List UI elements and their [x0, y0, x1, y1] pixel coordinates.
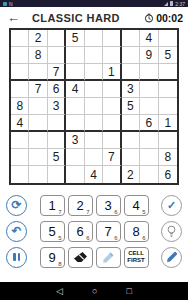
nav-back-icon[interactable]: ◁: [56, 287, 63, 296]
nav-home-icon[interactable]: ○: [92, 287, 97, 296]
restart-icon: ⟳: [11, 199, 21, 211]
digit-label: 1: [48, 198, 55, 213]
cell-r6c8[interactable]: 6: [140, 115, 158, 132]
cell-r4c5[interactable]: [85, 81, 103, 98]
cell-r9c7[interactable]: 2: [122, 166, 140, 183]
remaining-count: 6: [114, 235, 117, 241]
cell-r5c4[interactable]: [66, 98, 84, 115]
cell-r6c1[interactable]: 4: [11, 115, 29, 132]
cell-r8c8[interactable]: [140, 149, 158, 166]
edit-mode-button[interactable]: [161, 247, 182, 268]
cell-r7c6[interactable]: [103, 132, 121, 149]
number-button-6[interactable]: 6 6: [68, 221, 93, 242]
android-nav-bar: ◁ ○ □: [0, 282, 188, 300]
cell-r3c5[interactable]: [85, 64, 103, 81]
cell-r9c8[interactable]: [140, 166, 158, 183]
cell-r1c4[interactable]: 5: [66, 30, 84, 47]
cell-r8c6[interactable]: 7: [103, 149, 121, 166]
cell-r3c7[interactable]: [122, 64, 140, 81]
number-button-9[interactable]: 9 8: [40, 247, 65, 268]
number-button-5[interactable]: 5 5: [40, 221, 65, 242]
cell-r6c3[interactable]: [48, 115, 66, 132]
cell-r1c3[interactable]: [48, 30, 66, 47]
edit-pencil-icon: [166, 251, 178, 263]
restart-button[interactable]: ⟳: [6, 195, 27, 216]
cell-r7c9[interactable]: [159, 132, 177, 149]
number-button-8[interactable]: 8 6: [124, 221, 149, 242]
cell-r3c1[interactable]: [11, 64, 29, 81]
cell-r7c5[interactable]: [85, 132, 103, 149]
cell-r5c1[interactable]: 8: [11, 98, 29, 115]
number-button-4[interactable]: 4 5: [124, 195, 149, 216]
eraser-button[interactable]: [68, 247, 93, 268]
cell-r2c5[interactable]: [85, 47, 103, 64]
cell-r7c1[interactable]: [11, 132, 29, 149]
number-button-2[interactable]: 2 7: [68, 195, 93, 216]
cell-r4c4[interactable]: 4: [66, 81, 84, 98]
remaining-count: 6: [86, 235, 89, 241]
cell-r1c7[interactable]: [122, 30, 140, 47]
cell-r1c5[interactable]: [85, 30, 103, 47]
remaining-count: 7: [58, 209, 61, 215]
cell-r2c2[interactable]: 8: [29, 47, 47, 64]
controls-panel: ⟳ 1 7 2 7 3 6 4 5 ✓ ↶: [0, 194, 188, 272]
remaining-count: 5: [58, 235, 61, 241]
cell-r1c1[interactable]: [11, 30, 29, 47]
cell-r8c5[interactable]: [85, 149, 103, 166]
cell-r1c6[interactable]: [103, 30, 121, 47]
status-left-label: N: [9, 1, 13, 7]
cell-r8c1[interactable]: [11, 149, 29, 166]
digit-label: 7: [104, 224, 111, 239]
cell-r3c6[interactable]: 1: [103, 64, 121, 81]
cell-r6c4[interactable]: [66, 115, 84, 132]
lightbulb-icon: [166, 225, 177, 238]
cell-r7c8[interactable]: [140, 132, 158, 149]
cell-r6c7[interactable]: [122, 115, 140, 132]
cell-r6c9[interactable]: 1: [159, 115, 177, 132]
cell-r3c3[interactable]: 7: [48, 64, 66, 81]
cell-r6c6[interactable]: [103, 115, 121, 132]
cell-r2c9[interactable]: 5: [159, 47, 177, 64]
eraser-icon: [73, 251, 88, 264]
cell-r2c1[interactable]: [11, 47, 29, 64]
remaining-count: 6: [114, 209, 117, 215]
remaining-count: 6: [142, 235, 145, 241]
cell-r5c5[interactable]: [85, 98, 103, 115]
cell-r7c7[interactable]: [122, 132, 140, 149]
cell-r6c5[interactable]: [85, 115, 103, 132]
cell-r5c6[interactable]: [103, 98, 121, 115]
cell-r4c1[interactable]: [11, 81, 29, 98]
digit-label: 5: [48, 224, 55, 239]
cell-r5c2[interactable]: [29, 98, 47, 115]
signal-icon: [164, 2, 168, 6]
cell-r1c9[interactable]: [159, 30, 177, 47]
cell-r9c3[interactable]: [48, 166, 66, 183]
cell-r9c2[interactable]: [29, 166, 47, 183]
cell-r2c6[interactable]: [103, 47, 121, 64]
cell-r5c7[interactable]: 5: [122, 98, 140, 115]
cell-r4c3[interactable]: 6: [48, 81, 66, 98]
cell-r4c7[interactable]: 3: [122, 81, 140, 98]
cell-r8c7[interactable]: [122, 149, 140, 166]
digit-label: 2: [76, 198, 83, 213]
remaining-count: 5: [142, 209, 145, 215]
back-arrow-icon[interactable]: ←: [7, 11, 20, 24]
app-header: ← CLASSIC HARD 00:02: [0, 7, 188, 28]
cell-r4c8[interactable]: [140, 81, 158, 98]
cell-r6c2[interactable]: [29, 115, 47, 132]
cell-r8c3[interactable]: 5: [48, 149, 66, 166]
number-button-7[interactable]: 7 6: [96, 221, 121, 242]
cell-r2c7[interactable]: [122, 47, 140, 64]
cell-r7c2[interactable]: [29, 132, 47, 149]
undo-icon: ↶: [11, 225, 21, 237]
cell-r1c8[interactable]: 4: [140, 30, 158, 47]
remaining-count: 8: [58, 261, 61, 267]
cell-first-toggle[interactable]: CELL FIRST: [124, 247, 149, 268]
check-button[interactable]: ✓: [161, 195, 182, 216]
cell-r2c8[interactable]: 9: [140, 47, 158, 64]
number-button-1[interactable]: 1 7: [40, 195, 65, 216]
notification-icon: [3, 2, 7, 6]
digit-label: 8: [132, 224, 139, 239]
digit-label: 6: [76, 224, 83, 239]
pause-icon: [13, 253, 20, 261]
clock-icon: [144, 13, 154, 23]
cell-r9c9[interactable]: 6: [159, 166, 177, 183]
cell-r9c4[interactable]: [66, 166, 84, 183]
timer-value: 00:02: [156, 12, 183, 24]
cell-r4c9[interactable]: [159, 81, 177, 98]
cell-r3c8[interactable]: [140, 64, 158, 81]
number-button-3[interactable]: 3 6: [96, 195, 121, 216]
hint-button[interactable]: [161, 221, 182, 242]
status-bar: N 2:37: [0, 0, 188, 7]
cell-r4c6[interactable]: [103, 81, 121, 98]
cell-r7c3[interactable]: [48, 132, 66, 149]
notes-pencil-button[interactable]: [96, 247, 121, 268]
cell-r9c1[interactable]: [11, 166, 29, 183]
cell-r3c2[interactable]: [29, 64, 47, 81]
digit-label: 9: [48, 250, 55, 265]
undo-button[interactable]: ↶: [6, 221, 27, 242]
check-icon: ✓: [167, 200, 176, 211]
sudoku-board: 2548957176438354613578426: [9, 28, 179, 185]
cell-r3c9[interactable]: [159, 64, 177, 81]
cell-r2c3[interactable]: [48, 47, 66, 64]
cell-r8c9[interactable]: 8: [159, 149, 177, 166]
cell-r1c2[interactable]: 2: [29, 30, 47, 47]
cell-r2c4[interactable]: [66, 47, 84, 64]
cell-r8c4[interactable]: [66, 149, 84, 166]
status-clock: 2:37: [175, 1, 185, 7]
cell-r5c8[interactable]: [140, 98, 158, 115]
cell-first-line1: CELL: [128, 250, 144, 257]
digit-label: 3: [104, 198, 111, 213]
nav-recents-icon[interactable]: □: [126, 287, 131, 296]
cell-r9c6[interactable]: [103, 166, 121, 183]
pause-button[interactable]: [6, 247, 27, 268]
battery-icon: [170, 1, 173, 6]
cell-r5c9[interactable]: [159, 98, 177, 115]
cell-r3c4[interactable]: [66, 64, 84, 81]
digit-label: 4: [132, 198, 139, 213]
cell-first-line2: FIRST: [127, 257, 144, 264]
cell-r9c5[interactable]: 4: [85, 166, 103, 183]
page-title: CLASSIC HARD: [32, 12, 120, 24]
pencil-icon: [102, 251, 115, 264]
cell-r4c2[interactable]: 7: [29, 81, 47, 98]
cell-r8c2[interactable]: [29, 149, 47, 166]
cell-r5c3[interactable]: 3: [48, 98, 66, 115]
cell-r7c4[interactable]: 3: [66, 132, 84, 149]
remaining-count: 7: [86, 209, 89, 215]
